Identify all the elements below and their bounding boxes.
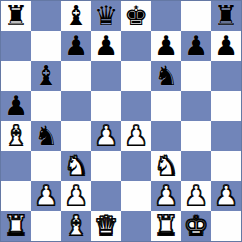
square-e8[interactable]: ♚ (121, 1, 151, 31)
piece-black-knight[interactable]: ♞ (34, 121, 58, 151)
piece-white-pawn[interactable]: ♟ (64, 181, 88, 211)
piece-black-bishop[interactable]: ♝ (64, 1, 88, 31)
square-f6[interactable]: ♞ (151, 61, 181, 91)
piece-white-bishop[interactable]: ♝ (64, 211, 88, 241)
square-f2[interactable]: ♟ (151, 181, 181, 211)
piece-black-king[interactable]: ♚ (124, 1, 148, 31)
square-b3[interactable] (31, 151, 61, 181)
square-c3[interactable]: ♞ (61, 151, 91, 181)
square-d6[interactable] (91, 61, 121, 91)
square-e5[interactable] (121, 91, 151, 121)
square-b7[interactable] (31, 31, 61, 61)
piece-white-bishop[interactable]: ♝ (4, 121, 28, 151)
piece-black-pawn[interactable]: ♟ (4, 91, 28, 121)
piece-black-rook[interactable]: ♜ (214, 1, 238, 31)
square-f8[interactable] (151, 1, 181, 31)
square-g3[interactable] (181, 151, 211, 181)
square-a8[interactable]: ♜ (1, 1, 31, 31)
piece-white-king[interactable]: ♚ (184, 211, 208, 241)
square-c4[interactable] (61, 121, 91, 151)
square-g6[interactable] (181, 61, 211, 91)
piece-white-queen[interactable]: ♛ (94, 211, 118, 241)
square-c1[interactable]: ♝ (61, 211, 91, 241)
piece-black-bishop[interactable]: ♝ (34, 61, 58, 91)
square-b5[interactable] (31, 91, 61, 121)
square-d8[interactable]: ♛ (91, 1, 121, 31)
square-c5[interactable] (61, 91, 91, 121)
piece-black-pawn[interactable]: ♟ (184, 31, 208, 61)
square-c6[interactable] (61, 61, 91, 91)
piece-white-knight[interactable]: ♞ (154, 151, 178, 181)
square-h8[interactable]: ♜ (211, 1, 241, 31)
piece-white-rook[interactable]: ♜ (154, 211, 178, 241)
piece-black-knight[interactable]: ♞ (154, 61, 178, 91)
square-e7[interactable] (121, 31, 151, 61)
square-b2[interactable]: ♟ (31, 181, 61, 211)
square-h2[interactable]: ♟ (211, 181, 241, 211)
square-h1[interactable] (211, 211, 241, 241)
piece-white-rook[interactable]: ♜ (4, 211, 28, 241)
square-a2[interactable] (1, 181, 31, 211)
piece-black-pawn[interactable]: ♟ (154, 31, 178, 61)
square-h6[interactable] (211, 61, 241, 91)
piece-white-pawn[interactable]: ♟ (124, 121, 148, 151)
square-g5[interactable] (181, 91, 211, 121)
piece-white-pawn[interactable]: ♟ (214, 181, 238, 211)
square-f4[interactable] (151, 121, 181, 151)
chess-board[interactable]: ♜♝♛♚♜♟♟♟♟♟♝♞♟♝♞♟♟♞♞♟♟♟♟♟♜♝♛♜♚ (0, 0, 242, 242)
square-d3[interactable] (91, 151, 121, 181)
square-b6[interactable]: ♝ (31, 61, 61, 91)
square-a7[interactable] (1, 31, 31, 61)
square-f1[interactable]: ♜ (151, 211, 181, 241)
square-c7[interactable]: ♟ (61, 31, 91, 61)
square-c8[interactable]: ♝ (61, 1, 91, 31)
square-e3[interactable] (121, 151, 151, 181)
square-b4[interactable]: ♞ (31, 121, 61, 151)
piece-white-pawn[interactable]: ♟ (34, 181, 58, 211)
square-g8[interactable] (181, 1, 211, 31)
square-b1[interactable] (31, 211, 61, 241)
square-g2[interactable]: ♟ (181, 181, 211, 211)
piece-white-pawn[interactable]: ♟ (94, 121, 118, 151)
piece-white-pawn[interactable]: ♟ (184, 181, 208, 211)
square-c2[interactable]: ♟ (61, 181, 91, 211)
piece-white-knight[interactable]: ♞ (64, 151, 88, 181)
square-a1[interactable]: ♜ (1, 211, 31, 241)
square-g4[interactable] (181, 121, 211, 151)
square-e6[interactable] (121, 61, 151, 91)
square-h5[interactable] (211, 91, 241, 121)
square-d4[interactable]: ♟ (91, 121, 121, 151)
square-e1[interactable] (121, 211, 151, 241)
piece-white-pawn[interactable]: ♟ (154, 181, 178, 211)
square-f5[interactable] (151, 91, 181, 121)
square-a6[interactable] (1, 61, 31, 91)
piece-black-rook[interactable]: ♜ (4, 1, 28, 31)
square-d2[interactable] (91, 181, 121, 211)
square-f3[interactable]: ♞ (151, 151, 181, 181)
square-a5[interactable]: ♟ (1, 91, 31, 121)
square-d7[interactable]: ♟ (91, 31, 121, 61)
square-g7[interactable]: ♟ (181, 31, 211, 61)
piece-black-pawn[interactable]: ♟ (94, 31, 118, 61)
square-e2[interactable] (121, 181, 151, 211)
piece-black-pawn[interactable]: ♟ (214, 31, 238, 61)
piece-black-queen[interactable]: ♛ (94, 1, 118, 31)
square-h4[interactable] (211, 121, 241, 151)
square-g1[interactable]: ♚ (181, 211, 211, 241)
square-a4[interactable]: ♝ (1, 121, 31, 151)
square-h7[interactable]: ♟ (211, 31, 241, 61)
square-e4[interactable]: ♟ (121, 121, 151, 151)
square-f7[interactable]: ♟ (151, 31, 181, 61)
piece-black-pawn[interactable]: ♟ (64, 31, 88, 61)
square-d1[interactable]: ♛ (91, 211, 121, 241)
square-a3[interactable] (1, 151, 31, 181)
square-d5[interactable] (91, 91, 121, 121)
square-h3[interactable] (211, 151, 241, 181)
square-b8[interactable] (31, 1, 61, 31)
